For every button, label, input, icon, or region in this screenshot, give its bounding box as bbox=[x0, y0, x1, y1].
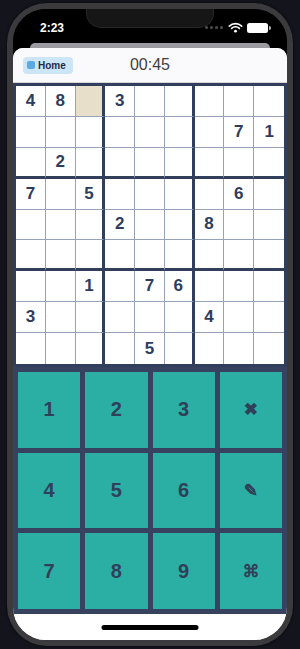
cell-r9c7[interactable] bbox=[195, 333, 225, 364]
cell-r2c1[interactable] bbox=[16, 117, 46, 148]
erase-button[interactable]: ✖ bbox=[220, 372, 282, 448]
battery-icon bbox=[247, 23, 268, 33]
iphone-frame: 2:23 00:45 bbox=[7, 3, 293, 646]
bottom-safe-area bbox=[13, 614, 287, 640]
home-back-label: Home bbox=[38, 60, 66, 71]
cell-r5c8[interactable] bbox=[224, 210, 254, 241]
cell-r9c1[interactable] bbox=[16, 333, 46, 364]
status-time: 2:23 bbox=[40, 21, 64, 35]
cell-r8c9[interactable] bbox=[254, 302, 284, 333]
cell-r8c2[interactable] bbox=[46, 302, 76, 333]
cell-r3c1[interactable] bbox=[16, 148, 46, 179]
cell-r9c9[interactable] bbox=[254, 333, 284, 364]
notch bbox=[86, 9, 214, 28]
cell-r2c2[interactable] bbox=[46, 117, 76, 148]
cell-r9c4[interactable] bbox=[105, 333, 135, 364]
cell-r4c4[interactable] bbox=[105, 179, 135, 210]
cell-r4c1[interactable]: 7 bbox=[16, 179, 46, 210]
cell-r5c6[interactable] bbox=[165, 210, 195, 241]
cell-r5c3[interactable] bbox=[76, 210, 106, 241]
cell-r4c9[interactable] bbox=[254, 179, 284, 210]
sudoku-grid: 48371275628176345 bbox=[13, 83, 287, 367]
cell-r7c5[interactable]: 7 bbox=[135, 271, 165, 302]
cell-r7c6[interactable]: 6 bbox=[165, 271, 195, 302]
cellular-signal-icon bbox=[205, 26, 223, 29]
cell-r4c3[interactable]: 5 bbox=[76, 179, 106, 210]
cell-r7c8[interactable] bbox=[224, 271, 254, 302]
cell-r6c8[interactable] bbox=[224, 240, 254, 271]
cell-r6c9[interactable] bbox=[254, 240, 284, 271]
cell-r2c7[interactable] bbox=[195, 117, 225, 148]
cell-r2c4[interactable] bbox=[105, 117, 135, 148]
cell-r4c5[interactable] bbox=[135, 179, 165, 210]
cell-r8c8[interactable] bbox=[224, 302, 254, 333]
cell-r9c2[interactable] bbox=[46, 333, 76, 364]
cell-r7c4[interactable] bbox=[105, 271, 135, 302]
cell-r9c3[interactable] bbox=[76, 333, 106, 364]
notes-button[interactable]: ✎ bbox=[220, 453, 282, 529]
cell-r6c6[interactable] bbox=[165, 240, 195, 271]
cell-r8c5[interactable] bbox=[135, 302, 165, 333]
cell-r1c3[interactable] bbox=[76, 86, 106, 117]
screen: 2:23 00:45 bbox=[13, 9, 287, 640]
cell-r5c9[interactable] bbox=[254, 210, 284, 241]
cell-r1c2[interactable]: 8 bbox=[46, 86, 76, 117]
cell-r4c6[interactable] bbox=[165, 179, 195, 210]
cell-r1c9[interactable] bbox=[254, 86, 284, 117]
cell-r3c6[interactable] bbox=[165, 148, 195, 179]
cell-r5c7[interactable]: 8 bbox=[195, 210, 225, 241]
cell-r6c2[interactable] bbox=[46, 240, 76, 271]
cell-r5c1[interactable] bbox=[16, 210, 46, 241]
command-button[interactable]: ⌘ bbox=[220, 533, 282, 609]
cell-r5c4[interactable]: 2 bbox=[105, 210, 135, 241]
cell-r1c8[interactable] bbox=[224, 86, 254, 117]
cell-r6c5[interactable] bbox=[135, 240, 165, 271]
digit-3-button[interactable]: 3 bbox=[153, 372, 215, 448]
digit-6-button[interactable]: 6 bbox=[153, 453, 215, 529]
cell-r4c7[interactable] bbox=[195, 179, 225, 210]
wifi-icon bbox=[228, 22, 243, 33]
cell-r3c3[interactable] bbox=[76, 148, 106, 179]
cell-r9c6[interactable] bbox=[165, 333, 195, 364]
cell-r7c7[interactable] bbox=[195, 271, 225, 302]
cell-r6c3[interactable] bbox=[76, 240, 106, 271]
cell-r8c6[interactable] bbox=[165, 302, 195, 333]
cell-r6c1[interactable] bbox=[16, 240, 46, 271]
cell-r1c1[interactable]: 4 bbox=[16, 86, 46, 117]
cell-r7c1[interactable] bbox=[16, 271, 46, 302]
cell-r3c9[interactable] bbox=[254, 148, 284, 179]
cell-r3c5[interactable] bbox=[135, 148, 165, 179]
home-indicator[interactable] bbox=[102, 625, 199, 630]
digit-9-button[interactable]: 9 bbox=[153, 533, 215, 609]
cell-r6c7[interactable] bbox=[195, 240, 225, 271]
cell-r8c4[interactable] bbox=[105, 302, 135, 333]
cell-r3c2[interactable]: 2 bbox=[46, 148, 76, 179]
outer-background: 2:23 00:45 bbox=[0, 0, 300, 649]
home-back-button[interactable]: Home bbox=[23, 57, 73, 74]
app-sheet: 00:45 Home 48371275628176345 123✖456✎789… bbox=[13, 48, 287, 640]
cell-r7c2[interactable] bbox=[46, 271, 76, 302]
cell-r7c9[interactable] bbox=[254, 271, 284, 302]
cell-r7c3[interactable]: 1 bbox=[76, 271, 106, 302]
cell-r4c2[interactable] bbox=[46, 179, 76, 210]
digit-1-button[interactable]: 1 bbox=[18, 372, 80, 448]
cell-r3c4[interactable] bbox=[105, 148, 135, 179]
cell-r2c6[interactable] bbox=[165, 117, 195, 148]
cell-r4c8[interactable]: 6 bbox=[224, 179, 254, 210]
home-icon bbox=[27, 61, 35, 69]
cell-r5c5[interactable] bbox=[135, 210, 165, 241]
nav-bar: 00:45 Home bbox=[13, 48, 287, 83]
cell-r6c4[interactable] bbox=[105, 240, 135, 271]
status-bar: 2:23 bbox=[13, 9, 287, 43]
cell-r3c8[interactable] bbox=[224, 148, 254, 179]
digit-2-button[interactable]: 2 bbox=[85, 372, 147, 448]
cell-r5c2[interactable] bbox=[46, 210, 76, 241]
cell-r1c7[interactable] bbox=[195, 86, 225, 117]
cell-r8c7[interactable]: 4 bbox=[195, 302, 225, 333]
cell-r2c5[interactable] bbox=[135, 117, 165, 148]
cell-r8c3[interactable] bbox=[76, 302, 106, 333]
cell-r2c8[interactable]: 7 bbox=[224, 117, 254, 148]
status-icons bbox=[205, 22, 268, 33]
cell-r1c5[interactable] bbox=[135, 86, 165, 117]
cell-r2c3[interactable] bbox=[76, 117, 106, 148]
cell-r1c6[interactable] bbox=[165, 86, 195, 117]
digit-8-button[interactable]: 8 bbox=[85, 533, 147, 609]
cell-r9c8[interactable] bbox=[224, 333, 254, 364]
keypad: 123✖456✎789⌘ bbox=[13, 367, 287, 614]
cell-r3c7[interactable] bbox=[195, 148, 225, 179]
cell-r9c5[interactable]: 5 bbox=[135, 333, 165, 364]
cell-r2c9[interactable]: 1 bbox=[254, 117, 284, 148]
digit-7-button[interactable]: 7 bbox=[18, 533, 80, 609]
digit-4-button[interactable]: 4 bbox=[18, 453, 80, 529]
cell-r1c4[interactable]: 3 bbox=[105, 86, 135, 117]
cell-r8c1[interactable]: 3 bbox=[16, 302, 46, 333]
digit-5-button[interactable]: 5 bbox=[85, 453, 147, 529]
